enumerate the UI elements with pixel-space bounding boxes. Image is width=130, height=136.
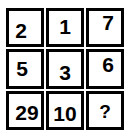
cell-value: 7 bbox=[102, 12, 114, 33]
cell-value: 1 bbox=[59, 16, 71, 37]
grid-cell-r1c2: 1 bbox=[46, 8, 84, 47]
grid-cell-r2c2: 3 bbox=[46, 49, 84, 88]
grid-cell-r3c3-unknown: ? bbox=[86, 91, 124, 130]
grid-cell-r3c2: 10 bbox=[46, 91, 84, 130]
grid-cell-r2c3: 6 bbox=[86, 49, 124, 88]
grid-cell-r2c1: 5 bbox=[6, 49, 44, 88]
puzzle-grid: 2 1 7 5 3 6 29 10 ? bbox=[6, 8, 124, 130]
cell-value: 2 bbox=[15, 20, 27, 41]
cell-value: 3 bbox=[59, 62, 71, 83]
grid-cell-r1c3: 7 bbox=[86, 8, 124, 47]
grid-cell-r1c1: 2 bbox=[6, 8, 44, 47]
cell-value: 10 bbox=[53, 103, 76, 124]
cell-value: ? bbox=[99, 102, 111, 121]
grid-cell-r3c1: 29 bbox=[6, 91, 44, 130]
cell-value: 6 bbox=[102, 54, 114, 75]
cell-value: 5 bbox=[16, 58, 28, 79]
cell-value: 29 bbox=[15, 102, 38, 123]
